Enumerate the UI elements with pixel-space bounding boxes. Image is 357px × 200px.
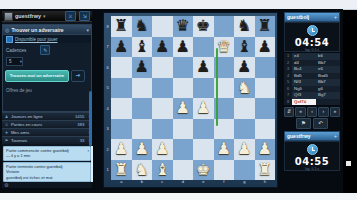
file-label: e <box>193 179 214 186</box>
black-pawn[interactable]: ♟ <box>132 57 153 78</box>
black-pawn[interactable]: ♟ <box>255 37 276 58</box>
square-e8[interactable]: ♚ <box>193 16 214 37</box>
black-knight[interactable]: ♞ <box>132 16 153 37</box>
plus-icon[interactable]: + <box>334 14 337 20</box>
square-d8[interactable]: ♛ <box>173 16 194 37</box>
square-a4[interactable] <box>111 98 132 119</box>
clock-icon <box>307 144 318 155</box>
nav-label: Joueurs en ligne <box>11 114 43 119</box>
square-b7[interactable]: ♝ <box>132 37 153 58</box>
takeback-button[interactable]: ↶ <box>313 118 328 129</box>
square-h1[interactable]: ♜ <box>255 160 276 181</box>
resign-flag-button[interactable]: ⚑ <box>296 118 311 129</box>
chevron-down-icon: ▾ <box>43 13 46 19</box>
black-bishop[interactable]: ♝ <box>132 37 153 58</box>
square-a5[interactable] <box>111 78 132 99</box>
bottom-clock-note: lag: 0.1 s <box>285 167 339 171</box>
square-h4[interactable] <box>255 98 276 119</box>
square-d4[interactable]: ♟ <box>173 98 194 119</box>
black-knight[interactable]: ♞ <box>234 16 255 37</box>
rank-label: 6 <box>104 57 111 78</box>
plus-icon[interactable]: + <box>334 133 337 139</box>
game-offers-label: Offres de jeu <box>3 85 91 93</box>
square-d1[interactable] <box>173 160 194 181</box>
rank-label: 7 <box>104 37 111 58</box>
black-queen[interactable]: ♛ <box>173 16 194 37</box>
white-king[interactable]: ♚ <box>193 160 214 181</box>
square-g2[interactable]: ♟ <box>234 139 255 160</box>
square-c5[interactable] <box>152 78 173 99</box>
square-c7[interactable]: ♟ <box>152 37 173 58</box>
white-pawn[interactable]: ♟ <box>111 139 132 160</box>
square-a3[interactable] <box>111 119 132 140</box>
square-h2[interactable]: ♟ <box>255 139 276 160</box>
flag-icon: ⚑ <box>4 138 9 143</box>
file-label: h <box>255 179 276 186</box>
available-to-play-row[interactable]: Disponible pour jouer <box>3 35 91 43</box>
move-black[interactable] <box>316 99 340 106</box>
square-e7[interactable] <box>193 37 214 58</box>
square-b6[interactable]: ♟ <box>132 57 153 78</box>
target-icon: ◎ <box>5 27 9 33</box>
nav-label: Tournois <box>11 138 27 143</box>
available-checkbox[interactable] <box>6 36 13 43</box>
square-c2[interactable]: ♟ <box>152 139 173 160</box>
square-a6[interactable] <box>111 57 132 78</box>
square-h6[interactable] <box>255 57 276 78</box>
black-pawn[interactable]: ♟ <box>234 57 255 78</box>
square-b1[interactable]: ♞ <box>132 160 153 181</box>
edit-icon[interactable]: ✎ <box>40 45 50 55</box>
top-player-bar[interactable]: guestbolj + <box>284 12 340 22</box>
nav-label: Parties en cours <box>11 122 42 127</box>
square-e1[interactable]: ♚ <box>193 160 214 181</box>
sidebar-scrollbar-thumb[interactable] <box>89 91 92 146</box>
bottom-player-bar[interactable]: guestfrwy + <box>284 131 340 141</box>
white-bishop[interactable]: ♝ <box>152 160 173 181</box>
file-label: b <box>132 179 153 186</box>
file-label: a <box>111 179 132 186</box>
black-rook[interactable]: ♜ <box>255 16 276 37</box>
square-e3[interactable] <box>193 119 214 140</box>
sidebar-item-games-in-progress[interactable]: ⚔ Parties en cours 383 › <box>2 120 92 128</box>
cadence-select[interactable]: 5 ▾ <box>6 57 23 66</box>
white-pawn[interactable]: ♟ <box>255 139 276 160</box>
bottom-player-clock: 04:55 lag: 0.1 s <box>284 141 340 171</box>
notification-detail: guestbolj est échec et mat <box>6 175 88 181</box>
notification-game-started[interactable]: Partie commencée contre guestbolj — il y… <box>3 146 91 161</box>
move-list: 1e4b62d4Bb73Bc4e64Bd5Bxd55Nf3Bb76Ng5g67Q… <box>284 53 340 105</box>
file-labels: abcdefgh <box>111 179 275 186</box>
invite-friend-button[interactable]: ➔ <box>71 70 85 82</box>
black-bishop[interactable]: ♝ <box>234 37 255 58</box>
square-c1[interactable]: ♝ <box>152 160 173 181</box>
square-a8[interactable]: ♜ <box>111 16 132 37</box>
square-b2[interactable]: ♟ <box>132 139 153 160</box>
square-c8[interactable] <box>152 16 173 37</box>
sidebar-item-friends[interactable]: ★ Mes amis › <box>2 128 92 136</box>
sidebar-item-tournaments[interactable]: ⚑ Tournois 33 › <box>2 136 92 144</box>
rank-label: 3 <box>104 119 111 140</box>
square-f8[interactable] <box>214 16 235 37</box>
white-knight[interactable]: ♞ <box>132 160 153 181</box>
square-f2[interactable]: ♟ <box>214 139 235 160</box>
available-label: Disponible pour jouer <box>15 37 58 42</box>
swords-icon: ⚔ <box>4 122 9 127</box>
find-opponent-panel: ◎ Trouver un adversaire ▾ Disponible pou… <box>2 24 92 112</box>
chess-board: 87654321 ♜♞♛♚♞♜♟♝♟♟♛♝♟♟♟♟♞♟♟♟♟♟♟♟♟♜♞♝♚♜ … <box>103 12 278 188</box>
square-g1[interactable] <box>234 160 255 181</box>
find-opponent-button[interactable]: Trouvez-moi un adversaire <box>5 70 69 82</box>
black-rook[interactable]: ♜ <box>111 16 132 37</box>
bottom-clock-time: 04:55 <box>285 156 339 167</box>
square-d3[interactable] <box>173 119 194 140</box>
square-a2[interactable]: ♟ <box>111 139 132 160</box>
square-g4[interactable] <box>234 98 255 119</box>
square-h5[interactable] <box>255 78 276 99</box>
rank-label: 5 <box>104 78 111 99</box>
top-clock-note: lag: 0.1 s <box>285 48 339 52</box>
nav-count: 1455 <box>75 114 85 119</box>
square-f1[interactable] <box>214 160 235 181</box>
invite-arrow-icon: ➔ <box>75 72 80 78</box>
square-b5[interactable] <box>132 78 153 99</box>
replay-controls: ⇵ « ‹ › » <box>284 107 340 117</box>
square-b4[interactable] <box>132 98 153 119</box>
chevron-right-icon: › <box>88 148 90 153</box>
top-player-clock: 04:54 lag: 0.1 s <box>284 22 340 52</box>
avatar <box>4 12 13 21</box>
top-clock-time: 04:54 <box>285 37 339 48</box>
previous-move-button[interactable]: ‹ <box>307 107 317 117</box>
black-pawn[interactable]: ♟ <box>173 37 194 58</box>
white-pawn[interactable]: ♟ <box>132 139 153 160</box>
move-number: 8 <box>284 99 292 106</box>
flip-board-button[interactable]: ⇵ <box>284 107 294 117</box>
square-a1[interactable]: ♜ <box>111 160 132 181</box>
cadence-value: 5 <box>9 58 12 65</box>
nav-count: 33 <box>80 138 85 143</box>
chevron-down-icon: ▾ <box>20 58 22 65</box>
square-e5[interactable] <box>193 78 214 99</box>
square-h8[interactable]: ♜ <box>255 16 276 37</box>
move-white[interactable]: Qxf7# <box>292 99 316 106</box>
notification-list: Partie commencée contre guestbolj — il y… <box>2 146 92 183</box>
white-pawn[interactable]: ♟ <box>234 139 255 160</box>
white-pawn[interactable]: ♟ <box>152 139 173 160</box>
find-opponent-title: Trouver un adversaire <box>11 27 63 33</box>
top-player-name[interactable]: guestbolj <box>287 14 309 20</box>
square-d5[interactable] <box>173 78 194 99</box>
square-a7[interactable]: ♟ <box>111 37 132 58</box>
white-rook[interactable]: ♜ <box>255 160 276 181</box>
find-opponent-header[interactable]: ◎ Trouver un adversaire ▾ <box>3 25 91 35</box>
square-h3[interactable] <box>255 119 276 140</box>
nav-count: 383 <box>77 122 84 127</box>
square-c4[interactable] <box>152 98 173 119</box>
square-b8[interactable]: ♞ <box>132 16 153 37</box>
square-h7[interactable]: ♟ <box>255 37 276 58</box>
username[interactable]: guestfrwy <box>15 13 41 19</box>
notifications-scrollbar[interactable] <box>91 146 93 183</box>
rank-label: 4 <box>104 98 111 119</box>
square-g7[interactable]: ♝ <box>234 37 255 58</box>
square-d6[interactable] <box>173 57 194 78</box>
white-rook[interactable]: ♜ <box>111 160 132 181</box>
lobby-sidebar: guestfrwy ▾ ⚔ ⇲ ◎ Trouver un adversaire … <box>2 11 92 188</box>
white-pawn[interactable]: ♟ <box>193 98 214 119</box>
square-e6[interactable]: ♟ <box>193 57 214 78</box>
last-move-button[interactable]: » <box>330 107 340 117</box>
user-menu[interactable]: guestfrwy ▾ ⚔ ⇲ <box>2 11 92 22</box>
cadences-row: Cadences ✎ <box>3 43 91 55</box>
notification-time: — il y a 1 min <box>6 153 88 159</box>
rank-labels: 87654321 <box>104 16 111 180</box>
white-pawn[interactable]: ♟ <box>173 98 194 119</box>
game-side-panel: guestbolj + 04:54 lag: 0.1 s 1e4b62d4Bb7… <box>284 12 340 171</box>
game-actions: ⚑ ↶ <box>284 118 340 129</box>
star-icon: ★ <box>4 130 9 135</box>
square-g6[interactable]: ♟ <box>234 57 255 78</box>
collapse-icon[interactable]: ▾ <box>86 27 89 33</box>
file-label: c <box>152 179 173 186</box>
square-g8[interactable]: ♞ <box>234 16 255 37</box>
cadences-label: Cadences <box>6 48 26 53</box>
fullscreen-icon[interactable]: ⇲ <box>79 11 90 21</box>
page-bottom-strip <box>0 193 357 200</box>
pawn-icon: ♟ <box>4 114 9 119</box>
square-b3[interactable] <box>132 119 153 140</box>
square-e2[interactable] <box>193 139 214 160</box>
black-pawn[interactable]: ♟ <box>193 57 214 78</box>
board-grid: ♜♞♛♚♞♜♟♝♟♟♛♝♟♟♟♟♞♟♟♟♟♟♟♟♟♜♞♝♚♜ <box>111 16 275 180</box>
gear-icon[interactable]: ⚙ <box>4 182 8 188</box>
next-move-button[interactable]: › <box>318 107 328 117</box>
square-d2[interactable] <box>173 139 194 160</box>
notification-game-finished[interactable]: Partie terminée contre guestbolj Victoir… <box>3 162 91 183</box>
square-c6[interactable] <box>152 57 173 78</box>
first-move-button[interactable]: « <box>295 107 305 117</box>
challenge-icon[interactable]: ⚔ <box>65 11 76 21</box>
white-knight[interactable]: ♞ <box>234 78 255 99</box>
file-label: d <box>173 179 194 186</box>
file-label: g <box>234 179 255 186</box>
clock-icon <box>307 25 318 36</box>
bottom-player-name[interactable]: guestfrwy <box>287 133 311 139</box>
square-d7[interactable]: ♟ <box>173 37 194 58</box>
move-row: 8Qxf7# <box>284 99 340 106</box>
sidebar-item-players-online[interactable]: ♟ Joueurs en ligne 1455 › <box>2 112 92 120</box>
file-label: f <box>214 179 235 186</box>
black-pawn[interactable]: ♟ <box>111 37 132 58</box>
square-c3[interactable] <box>152 119 173 140</box>
rank-label: 8 <box>104 16 111 37</box>
rank-label: 2 <box>104 139 111 160</box>
square-e4[interactable]: ♟ <box>193 98 214 119</box>
rank-label: 1 <box>104 160 111 181</box>
black-pawn[interactable]: ♟ <box>152 37 173 58</box>
square-g5[interactable]: ♞ <box>234 78 255 99</box>
black-king[interactable]: ♚ <box>193 16 214 37</box>
nav-label: Mes amis <box>11 130 29 135</box>
scroll-indicator[interactable] <box>346 161 351 166</box>
white-pawn[interactable]: ♟ <box>214 139 235 160</box>
square-g3[interactable] <box>234 119 255 140</box>
